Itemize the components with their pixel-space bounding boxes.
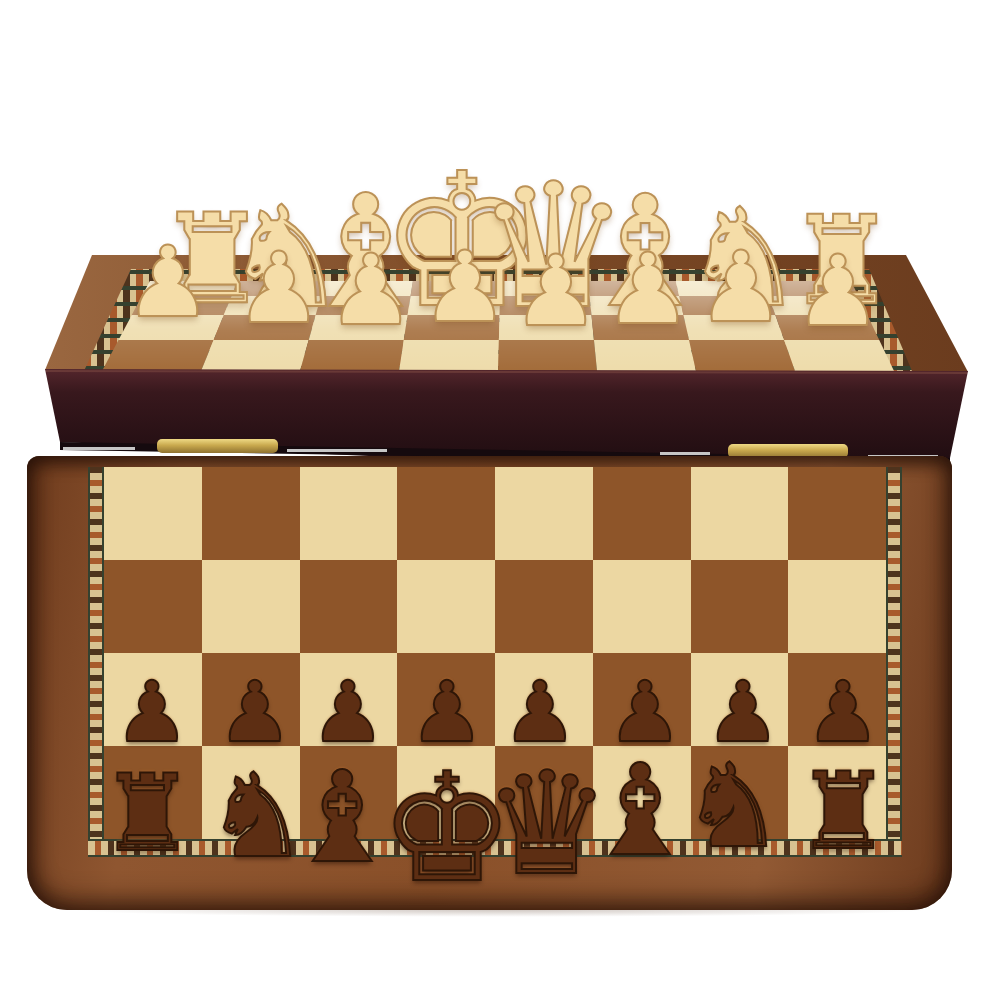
white-pawn: ♟ [124, 233, 212, 331]
front-board-square [202, 467, 300, 560]
dark-rook: ♜ [795, 759, 890, 865]
front-board-square [788, 467, 886, 560]
white-pawn: ♟ [794, 242, 882, 340]
hinge-pin-2 [660, 452, 710, 455]
front-board-square [397, 560, 495, 653]
front-board-square [202, 560, 300, 653]
front-board-square [300, 467, 398, 560]
white-pawn: ♟ [512, 242, 600, 340]
front-board-square [104, 467, 202, 560]
white-pawn: ♟ [235, 239, 323, 337]
front-board-square [397, 467, 495, 560]
front-board-square [104, 560, 202, 653]
white-pawn: ♟ [604, 240, 692, 338]
dark-pawn: ♟ [805, 670, 880, 754]
dark-knight: ♞ [681, 748, 785, 864]
white-pawn: ♟ [697, 238, 785, 336]
front-board-square [495, 467, 593, 560]
dark-pawn: ♟ [217, 670, 292, 754]
front-board-square [300, 560, 398, 653]
white-pawn: ♟ [421, 238, 509, 336]
front-board-square [593, 560, 691, 653]
dark-pawn: ♟ [310, 670, 385, 754]
white-pawn: ♟ [327, 241, 415, 339]
dark-rook: ♜ [99, 761, 194, 867]
front-board-square [691, 560, 789, 653]
hinge-left [157, 439, 278, 453]
product-photo-stage: ♜♞♝♚♛♝♞♜♟♟♟♟♟♟♟♟♟♟♟♟♟♟♟♟♜♞♝♚♛♝♞♜ [0, 0, 1000, 1000]
dark-bishop: ♝ [584, 748, 697, 874]
hinge-pin-0 [63, 447, 135, 450]
front-board-square [788, 560, 886, 653]
dark-pawn: ♟ [114, 670, 189, 754]
hinge-pin-1 [287, 449, 387, 452]
front-board-square [495, 560, 593, 653]
front-board-square [593, 467, 691, 560]
front-board-square [691, 467, 789, 560]
